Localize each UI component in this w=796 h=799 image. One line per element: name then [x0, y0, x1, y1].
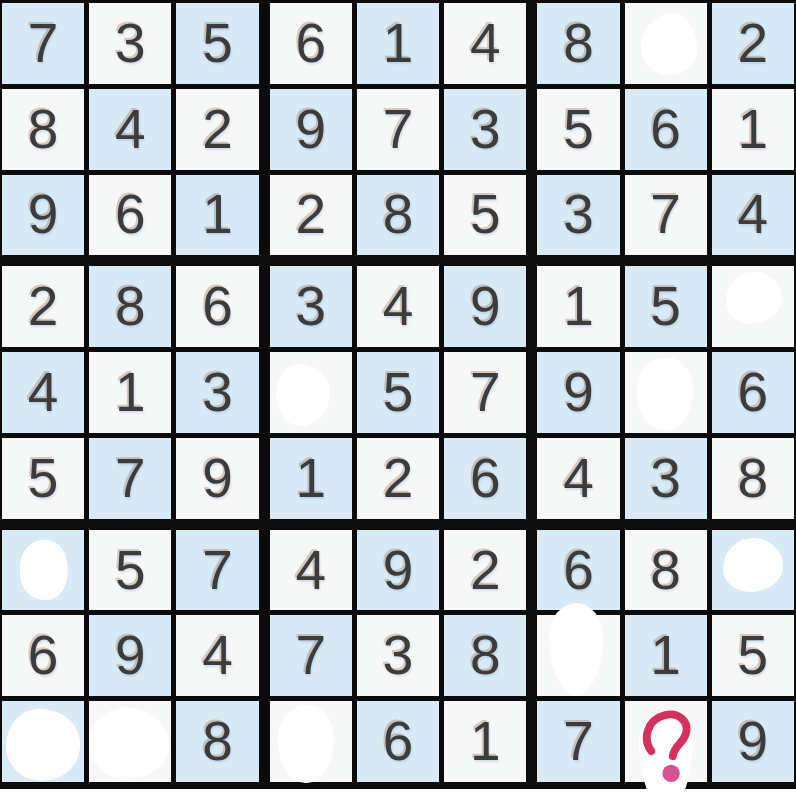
cell-r3c6[interactable]: 5 [444, 175, 526, 256]
digit: 7 [295, 628, 326, 683]
cell-r5c5[interactable]: 5 [357, 352, 439, 433]
cell-r1c9[interactable]: 2 [712, 3, 794, 84]
cell-r2c3[interactable]: 2 [176, 89, 258, 170]
digit: 6 [28, 628, 59, 683]
digit: 2 [28, 279, 59, 334]
box-3: 82561374 [537, 3, 794, 255]
eraser-blob [641, 13, 697, 75]
eraser-blob [637, 358, 693, 430]
cell-r8c6[interactable]: 8 [444, 615, 526, 696]
cell-r7c4[interactable]: 4 [270, 530, 352, 611]
eraser-blob [89, 707, 169, 779]
cell-r2c2[interactable]: 4 [89, 89, 171, 170]
cell-r1c7[interactable]: 8 [537, 3, 619, 84]
cell-r8c2[interactable]: 9 [89, 615, 171, 696]
box-9: 681579 [537, 530, 794, 782]
cell-r5c2[interactable]: 1 [89, 352, 171, 433]
cell-r4c1[interactable]: 2 [2, 266, 84, 347]
digit: 1 [738, 102, 769, 157]
cell-r8c8[interactable]: 1 [625, 615, 707, 696]
cell-r9c8[interactable] [625, 701, 707, 782]
digit: 6 [295, 16, 326, 71]
cell-r9c3[interactable]: 8 [176, 701, 258, 782]
digit: 5 [738, 628, 769, 683]
digit: 8 [115, 279, 146, 334]
digit: 1 [650, 628, 681, 683]
cell-r2c1[interactable]: 8 [2, 89, 84, 170]
cell-r9c9[interactable]: 9 [712, 701, 794, 782]
digit: 7 [202, 543, 233, 598]
cell-r5c6[interactable]: 7 [444, 352, 526, 433]
cell-r5c9[interactable]: 6 [712, 352, 794, 433]
cell-r3c7[interactable]: 3 [537, 175, 619, 256]
digit: 9 [202, 451, 233, 506]
cell-r9c6[interactable]: 1 [444, 701, 526, 782]
digit: 4 [563, 451, 594, 506]
digit: 8 [563, 16, 594, 71]
digit: 3 [202, 365, 233, 420]
digit: 7 [563, 714, 594, 769]
digit: 3 [115, 16, 146, 71]
cell-r9c7[interactable]: 7 [537, 701, 619, 782]
cell-r8c4[interactable]: 7 [270, 615, 352, 696]
cell-r2c4[interactable]: 9 [270, 89, 352, 170]
digit: 7 [470, 365, 501, 420]
cell-r6c9[interactable]: 8 [712, 438, 794, 519]
cell-r3c2[interactable]: 6 [89, 175, 171, 256]
digit: 2 [470, 543, 501, 598]
digit: 8 [28, 102, 59, 157]
cell-r4c3[interactable]: 6 [176, 266, 258, 347]
digit: 4 [115, 102, 146, 157]
digit: 6 [563, 543, 594, 598]
cell-r7c9[interactable] [712, 530, 794, 611]
eraser-blob [6, 709, 80, 781]
digit: 7 [650, 187, 681, 242]
box-4: 286413579 [2, 266, 259, 518]
eraser-blob [278, 705, 334, 783]
eraser-blob [549, 603, 603, 695]
digit: 9 [470, 279, 501, 334]
digit: 8 [470, 628, 501, 683]
cell-r6c8[interactable]: 3 [625, 438, 707, 519]
cell-r3c3[interactable]: 1 [176, 175, 258, 256]
cell-r5c1[interactable]: 4 [2, 352, 84, 433]
cell-r1c2[interactable]: 3 [89, 3, 171, 84]
eraser-blob [723, 538, 783, 592]
digit: 8 [738, 451, 769, 506]
digit: 1 [470, 714, 501, 769]
digit: 9 [28, 187, 59, 242]
cell-r9c4[interactable] [270, 701, 352, 782]
cell-r2c6[interactable]: 3 [444, 89, 526, 170]
sudoku-page: 7358429616149732858256137428641357934957… [0, 0, 796, 799]
digit: 6 [383, 714, 414, 769]
cell-r3c8[interactable]: 7 [625, 175, 707, 256]
cell-r6c7[interactable]: 4 [537, 438, 619, 519]
digit: 2 [202, 102, 233, 157]
digit: 7 [115, 451, 146, 506]
digit: 8 [650, 543, 681, 598]
digit: 6 [202, 279, 233, 334]
digit: 2 [383, 451, 414, 506]
digit: 1 [563, 279, 594, 334]
cell-r2c7[interactable]: 5 [537, 89, 619, 170]
cell-r1c1[interactable]: 7 [2, 3, 84, 84]
cell-r8c7[interactable] [537, 615, 619, 696]
box-5: 34957126 [270, 266, 527, 518]
digit: 5 [115, 543, 146, 598]
box-7: 576948 [2, 530, 259, 782]
digit: 8 [383, 187, 414, 242]
digit: 5 [470, 187, 501, 242]
cell-r4c7[interactable]: 1 [537, 266, 619, 347]
digit: 3 [650, 451, 681, 506]
box-1: 735842961 [2, 3, 259, 255]
cell-r8c3[interactable]: 4 [176, 615, 258, 696]
cell-r3c1[interactable]: 9 [2, 175, 84, 256]
digit: 3 [295, 279, 326, 334]
cell-r2c5[interactable]: 7 [357, 89, 439, 170]
cell-r3c5[interactable]: 8 [357, 175, 439, 256]
cell-r2c9[interactable]: 1 [712, 89, 794, 170]
cell-r9c1[interactable] [2, 701, 84, 782]
cell-r4c8[interactable]: 5 [625, 266, 707, 347]
digit: 2 [738, 16, 769, 71]
cell-r6c5[interactable]: 2 [357, 438, 439, 519]
cell-r7c2[interactable]: 5 [89, 530, 171, 611]
digit: 9 [115, 628, 146, 683]
digit: 5 [563, 102, 594, 157]
cell-r1c5[interactable]: 1 [357, 3, 439, 84]
cell-r7c6[interactable]: 2 [444, 530, 526, 611]
cell-r4c9[interactable] [712, 266, 794, 347]
digit: 2 [295, 187, 326, 242]
cell-r1c8[interactable] [625, 3, 707, 84]
digit: 9 [295, 102, 326, 157]
cell-r1c6[interactable]: 4 [444, 3, 526, 84]
digit: 4 [202, 628, 233, 683]
digit: 4 [383, 279, 414, 334]
digit: 5 [383, 365, 414, 420]
cell-r7c5[interactable]: 9 [357, 530, 439, 611]
cell-r9c2[interactable] [89, 701, 171, 782]
digit: 8 [202, 714, 233, 769]
cell-r3c4[interactable]: 2 [270, 175, 352, 256]
digit: 7 [383, 102, 414, 157]
cell-r7c1[interactable] [2, 530, 84, 611]
cell-r5c8[interactable] [625, 352, 707, 433]
cell-r4c6[interactable]: 9 [444, 266, 526, 347]
box-2: 614973285 [270, 3, 527, 255]
cell-r7c8[interactable]: 8 [625, 530, 707, 611]
cell-r5c3[interactable]: 3 [176, 352, 258, 433]
cell-r9c5[interactable]: 6 [357, 701, 439, 782]
cell-r6c6[interactable]: 6 [444, 438, 526, 519]
cell-r8c5[interactable]: 3 [357, 615, 439, 696]
eraser-blob [276, 364, 330, 426]
cell-r1c4[interactable]: 6 [270, 3, 352, 84]
cell-r6c1[interactable]: 5 [2, 438, 84, 519]
cell-r6c3[interactable]: 9 [176, 438, 258, 519]
cell-r5c4[interactable] [270, 352, 352, 433]
cell-r2c8[interactable]: 6 [625, 89, 707, 170]
box-6: 1596438 [537, 266, 794, 518]
question-mark-icon [638, 709, 696, 785]
cell-r7c7[interactable]: 6 [537, 530, 619, 611]
cell-r3c9[interactable]: 4 [712, 175, 794, 256]
digit: 6 [470, 451, 501, 506]
digit: 3 [563, 187, 594, 242]
cell-r4c5[interactable]: 4 [357, 266, 439, 347]
cell-r5c7[interactable]: 9 [537, 352, 619, 433]
digit: 6 [115, 187, 146, 242]
cell-r6c4[interactable]: 1 [270, 438, 352, 519]
eraser-blob [726, 272, 782, 324]
cell-r6c2[interactable]: 7 [89, 438, 171, 519]
digit: 4 [28, 365, 59, 420]
digit: 4 [295, 543, 326, 598]
digit: 1 [202, 187, 233, 242]
eraser-blob [20, 540, 68, 600]
digit: 7 [28, 16, 59, 71]
digit: 3 [470, 102, 501, 157]
digit: 1 [115, 365, 146, 420]
cell-r1c3[interactable]: 5 [176, 3, 258, 84]
digit: 5 [650, 279, 681, 334]
digit: 5 [28, 451, 59, 506]
digit: 9 [563, 365, 594, 420]
cell-r7c3[interactable]: 7 [176, 530, 258, 611]
sudoku-board: 7358429616149732858256137428641357934957… [0, 0, 796, 789]
digit: 5 [202, 16, 233, 71]
digit: 6 [738, 365, 769, 420]
cell-r4c2[interactable]: 8 [89, 266, 171, 347]
digit: 1 [383, 16, 414, 71]
digit: 9 [738, 714, 769, 769]
digit: 4 [738, 187, 769, 242]
cell-r8c1[interactable]: 6 [2, 615, 84, 696]
cell-r8c9[interactable]: 5 [712, 615, 794, 696]
digit: 1 [295, 451, 326, 506]
cell-r4c4[interactable]: 3 [270, 266, 352, 347]
digit: 9 [383, 543, 414, 598]
digit: 3 [383, 628, 414, 683]
digit: 4 [470, 16, 501, 71]
digit: 6 [650, 102, 681, 157]
box-8: 49273861 [270, 530, 527, 782]
